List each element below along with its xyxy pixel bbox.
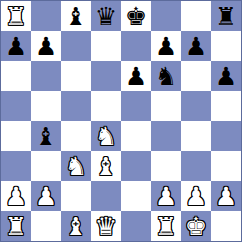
square-b2[interactable]: ♟ bbox=[31, 181, 61, 211]
square-e4[interactable] bbox=[121, 121, 151, 151]
square-d2[interactable] bbox=[91, 181, 121, 211]
square-c5[interactable] bbox=[61, 91, 91, 121]
square-b7[interactable]: ♟ bbox=[31, 31, 61, 61]
black-king: ♚ bbox=[125, 4, 147, 29]
square-b8[interactable] bbox=[31, 1, 61, 31]
square-d1[interactable]: ♛ bbox=[91, 211, 121, 241]
square-a6[interactable] bbox=[1, 61, 31, 91]
white-queen: ♛ bbox=[95, 214, 117, 239]
square-g2[interactable]: ♟ bbox=[181, 181, 211, 211]
white-knight: ♞ bbox=[95, 124, 117, 149]
square-g5[interactable] bbox=[181, 91, 211, 121]
square-b1[interactable] bbox=[31, 211, 61, 241]
white-bishop: ♝ bbox=[65, 214, 87, 239]
square-d7[interactable] bbox=[91, 31, 121, 61]
square-d5[interactable] bbox=[91, 91, 121, 121]
black-pawn: ♟ bbox=[35, 34, 57, 59]
white-bishop: ♝ bbox=[95, 154, 117, 179]
white-pawn: ♟ bbox=[35, 184, 57, 209]
square-c3[interactable]: ♞ bbox=[61, 151, 91, 181]
square-d6[interactable] bbox=[91, 61, 121, 91]
square-f3[interactable] bbox=[151, 151, 181, 181]
square-c6[interactable] bbox=[61, 61, 91, 91]
black-pawn: ♟ bbox=[125, 64, 147, 89]
square-a5[interactable] bbox=[1, 91, 31, 121]
square-f8[interactable] bbox=[151, 1, 181, 31]
white-rook: ♜ bbox=[5, 4, 27, 29]
square-e5[interactable] bbox=[121, 91, 151, 121]
square-h3[interactable] bbox=[211, 151, 241, 181]
square-g4[interactable] bbox=[181, 121, 211, 151]
square-f7[interactable]: ♟ bbox=[151, 31, 181, 61]
square-g6[interactable] bbox=[181, 61, 211, 91]
square-h4[interactable] bbox=[211, 121, 241, 151]
chess-board: ♜♝♛♚♜♟♟♟♟♟♞♟♝♞♞♝♟♟♟♟♟♜♝♛♜♚ bbox=[1, 1, 241, 241]
square-f1[interactable]: ♜ bbox=[151, 211, 181, 241]
black-pawn: ♟ bbox=[215, 64, 237, 89]
square-a4[interactable] bbox=[1, 121, 31, 151]
black-bishop: ♝ bbox=[65, 4, 87, 29]
square-b4[interactable]: ♝ bbox=[31, 121, 61, 151]
square-a1[interactable]: ♜ bbox=[1, 211, 31, 241]
square-h1[interactable] bbox=[211, 211, 241, 241]
square-f4[interactable] bbox=[151, 121, 181, 151]
square-e8[interactable]: ♚ bbox=[121, 1, 151, 31]
square-g3[interactable] bbox=[181, 151, 211, 181]
square-e2[interactable] bbox=[121, 181, 151, 211]
square-a8[interactable]: ♜ bbox=[1, 1, 31, 31]
white-rook: ♜ bbox=[5, 214, 27, 239]
square-f6[interactable]: ♞ bbox=[151, 61, 181, 91]
square-a3[interactable] bbox=[1, 151, 31, 181]
square-g1[interactable]: ♚ bbox=[181, 211, 211, 241]
black-pawn: ♟ bbox=[155, 34, 177, 59]
square-a7[interactable]: ♟ bbox=[1, 31, 31, 61]
square-b3[interactable] bbox=[31, 151, 61, 181]
square-d8[interactable]: ♛ bbox=[91, 1, 121, 31]
white-king: ♚ bbox=[185, 214, 207, 239]
white-pawn: ♟ bbox=[185, 184, 207, 209]
square-h7[interactable] bbox=[211, 31, 241, 61]
square-c2[interactable] bbox=[61, 181, 91, 211]
square-c4[interactable] bbox=[61, 121, 91, 151]
square-e6[interactable]: ♟ bbox=[121, 61, 151, 91]
square-g7[interactable]: ♟ bbox=[181, 31, 211, 61]
square-g8[interactable] bbox=[181, 1, 211, 31]
white-knight: ♞ bbox=[65, 154, 87, 179]
square-f2[interactable]: ♟ bbox=[151, 181, 181, 211]
white-rook: ♜ bbox=[155, 214, 177, 239]
square-c7[interactable] bbox=[61, 31, 91, 61]
square-h6[interactable]: ♟ bbox=[211, 61, 241, 91]
white-pawn: ♟ bbox=[155, 184, 177, 209]
square-e7[interactable] bbox=[121, 31, 151, 61]
black-pawn: ♟ bbox=[185, 34, 207, 59]
black-rook: ♜ bbox=[215, 4, 237, 29]
black-bishop: ♝ bbox=[35, 124, 57, 149]
square-d3[interactable]: ♝ bbox=[91, 151, 121, 181]
square-h2[interactable]: ♟ bbox=[211, 181, 241, 211]
square-d4[interactable]: ♞ bbox=[91, 121, 121, 151]
square-c8[interactable]: ♝ bbox=[61, 1, 91, 31]
square-h5[interactable] bbox=[211, 91, 241, 121]
square-h8[interactable]: ♜ bbox=[211, 1, 241, 31]
black-pawn: ♟ bbox=[5, 34, 27, 59]
square-e3[interactable] bbox=[121, 151, 151, 181]
black-knight: ♞ bbox=[155, 64, 177, 89]
chess-board-frame: ♜♝♛♚♜♟♟♟♟♟♞♟♝♞♞♝♟♟♟♟♟♜♝♛♜♚ bbox=[0, 0, 242, 242]
square-c1[interactable]: ♝ bbox=[61, 211, 91, 241]
square-a2[interactable]: ♟ bbox=[1, 181, 31, 211]
white-pawn: ♟ bbox=[5, 184, 27, 209]
black-queen: ♛ bbox=[95, 4, 117, 29]
square-f5[interactable] bbox=[151, 91, 181, 121]
square-b5[interactable] bbox=[31, 91, 61, 121]
square-e1[interactable] bbox=[121, 211, 151, 241]
square-b6[interactable] bbox=[31, 61, 61, 91]
white-pawn: ♟ bbox=[215, 184, 237, 209]
